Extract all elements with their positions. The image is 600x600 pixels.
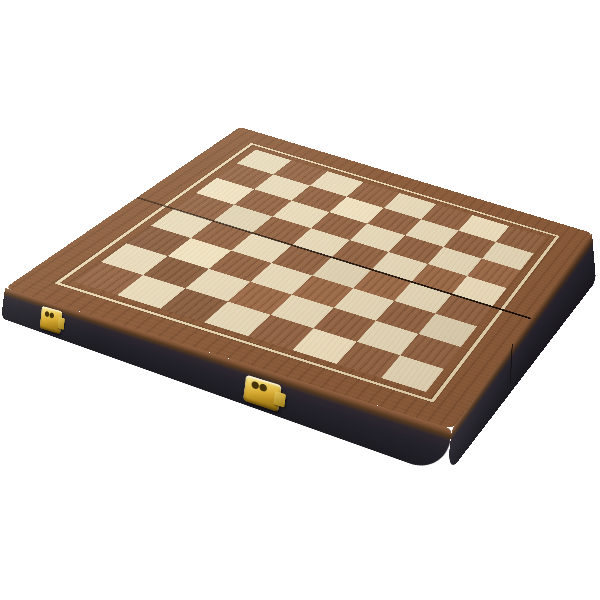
clasp-rivets: [44, 310, 55, 319]
brass-clasp-front: [243, 375, 282, 412]
clasp-rivets: [250, 380, 269, 393]
brass-clasp-left: [40, 306, 63, 334]
fold-seam-side: [510, 344, 513, 385]
chess-board-product-photo: [0, 0, 600, 600]
